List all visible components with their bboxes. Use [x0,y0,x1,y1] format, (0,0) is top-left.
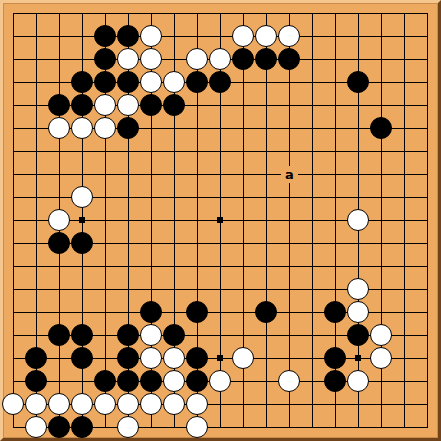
white-stone [140,324,162,346]
white-stone [140,347,162,369]
white-stone [186,393,208,415]
grid-vline [289,13,291,429]
black-stone [255,301,277,323]
black-stone [370,117,392,139]
black-stone [94,48,116,70]
black-stone [117,117,139,139]
black-stone [48,416,70,438]
star-point [217,217,223,223]
black-stone [186,370,208,392]
grid-vline [312,13,314,429]
black-stone [71,94,93,116]
black-stone [324,347,346,369]
white-stone [117,416,139,438]
white-stone [370,324,392,346]
black-stone [94,25,116,47]
black-stone [347,71,369,93]
black-stone [209,71,231,93]
black-stone [94,370,116,392]
black-stone [48,324,70,346]
black-stone [71,416,93,438]
white-stone [347,370,369,392]
white-stone [278,25,300,47]
black-stone [324,370,346,392]
white-stone [71,117,93,139]
white-stone [25,416,47,438]
grid-vline [266,13,268,429]
grid-hline [13,266,429,268]
black-stone [278,48,300,70]
white-stone [48,393,70,415]
go-board[interactable]: a [0,0,441,441]
white-stone [278,370,300,392]
white-stone [25,393,47,415]
white-stone [163,393,185,415]
white-stone [186,48,208,70]
white-stone [209,370,231,392]
black-stone [232,48,254,70]
white-stone [71,186,93,208]
black-stone [186,347,208,369]
black-stone [71,347,93,369]
white-stone [94,94,116,116]
white-stone [48,117,70,139]
white-stone [94,393,116,415]
black-stone [48,94,70,116]
white-stone [94,117,116,139]
black-stone [186,71,208,93]
white-stone [163,347,185,369]
white-stone [370,347,392,369]
screenshot: a [0,0,441,441]
grid-vline [427,13,429,429]
white-stone [255,25,277,47]
white-stone [2,393,24,415]
black-stone [186,301,208,323]
white-stone [232,347,254,369]
white-stone [140,71,162,93]
black-stone [140,301,162,323]
black-stone [25,347,47,369]
black-stone [117,370,139,392]
white-stone [71,393,93,415]
white-stone [117,393,139,415]
black-stone [117,71,139,93]
black-stone [117,324,139,346]
black-stone [255,48,277,70]
black-stone [117,25,139,47]
white-stone [347,278,369,300]
black-stone [71,71,93,93]
star-point [217,355,223,361]
black-stone [163,324,185,346]
black-stone [25,370,47,392]
white-stone [232,25,254,47]
white-stone [186,416,208,438]
grid-vline [404,13,406,429]
board-label-a: a [281,166,298,183]
white-stone [48,209,70,231]
black-stone [163,94,185,116]
star-point [355,355,361,361]
black-stone [347,324,369,346]
white-stone [117,94,139,116]
white-stone [347,301,369,323]
white-stone [163,370,185,392]
white-stone [347,209,369,231]
white-stone [209,48,231,70]
white-stone [117,48,139,70]
white-stone [163,71,185,93]
black-stone [140,370,162,392]
star-point [79,217,85,223]
white-stone [140,25,162,47]
white-stone [140,48,162,70]
white-stone [140,393,162,415]
black-stone [140,94,162,116]
black-stone [117,347,139,369]
black-stone [48,232,70,254]
black-stone [324,301,346,323]
black-stone [71,324,93,346]
black-stone [71,232,93,254]
black-stone [94,71,116,93]
